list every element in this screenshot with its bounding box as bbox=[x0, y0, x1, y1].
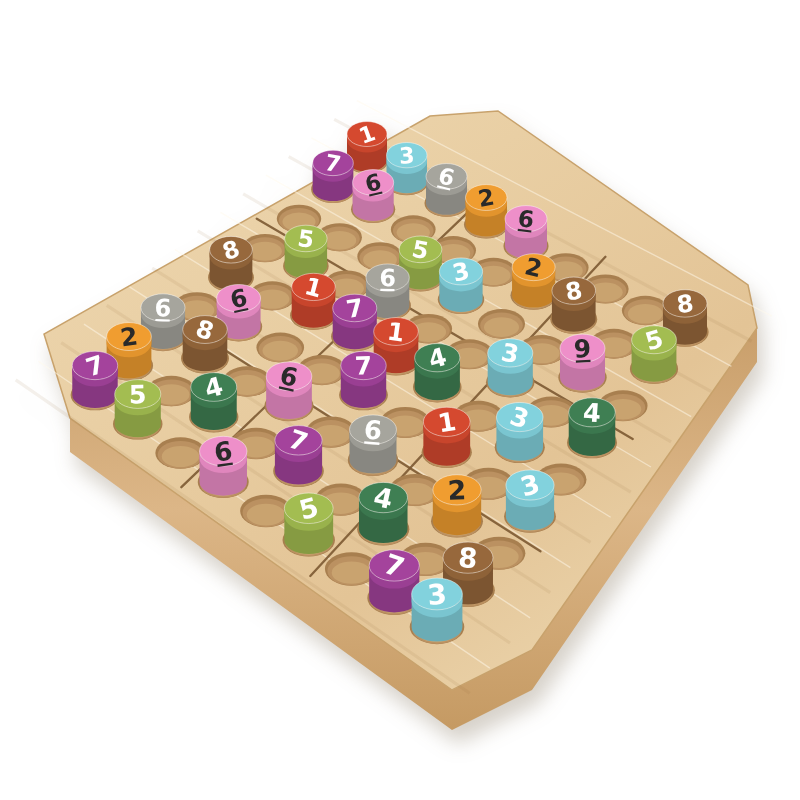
peg-6-pink-r1c1[interactable]: 6 bbox=[353, 168, 394, 221]
peg-digit-group: 6 bbox=[363, 414, 383, 445]
digit-underline bbox=[380, 289, 394, 291]
peg-3-cyan-r2c4[interactable]: 3 bbox=[439, 257, 482, 312]
peg-digit: 6 bbox=[516, 205, 535, 233]
peg-6-pink-r0c4[interactable]: 6 bbox=[505, 205, 547, 258]
peg-9-pink-r2c7[interactable]: 9 bbox=[560, 334, 605, 391]
peg-6-gray-r0c2[interactable]: 6 bbox=[426, 162, 467, 215]
hole-r8c4[interactable] bbox=[240, 495, 292, 527]
peg-digit: 2 bbox=[447, 474, 467, 506]
peg-2-orange-r1c5[interactable]: 2 bbox=[512, 252, 555, 307]
peg-6-pink-r6c3[interactable]: 6 bbox=[266, 361, 312, 419]
peg-2-orange-r0c3[interactable]: 2 bbox=[466, 184, 507, 237]
peg-6-pink-r8c3[interactable]: 6 bbox=[200, 436, 247, 496]
peg-5-lime-r3c1[interactable]: 5 bbox=[285, 224, 327, 278]
peg-digit-group: 6 bbox=[154, 294, 172, 323]
product-photo: 1376626558236186867812593477645431676324… bbox=[0, 0, 800, 800]
peg-7-purple-r1c0[interactable]: 7 bbox=[313, 149, 354, 201]
peg-digit-group: 7 bbox=[354, 351, 372, 381]
peg-digit: 5 bbox=[129, 379, 147, 409]
peg-digit: 6 bbox=[363, 414, 383, 445]
peg-4-green-r4c5[interactable]: 4 bbox=[415, 342, 460, 400]
peg-digit-group: 6 bbox=[379, 264, 396, 292]
peg-7-purple-r5c4[interactable]: 7 bbox=[341, 351, 386, 408]
peg-5-lime-r8c1[interactable]: 5 bbox=[115, 379, 161, 437]
hole-floor bbox=[484, 317, 519, 337]
peg-6-gray-r6c5[interactable]: 6 bbox=[350, 414, 397, 473]
hole-floor bbox=[263, 341, 298, 361]
peg-4-green-r3c8[interactable]: 4 bbox=[569, 397, 616, 456]
peg-1-red-r4c2[interactable]: 1 bbox=[292, 272, 336, 328]
peg-8-brown-r1c6[interactable]: 8 bbox=[552, 276, 596, 331]
peg-7-purple-r8c0[interactable]: 7 bbox=[72, 350, 117, 409]
peg-5-lime-r1c8[interactable]: 5 bbox=[632, 324, 677, 382]
peg-digit-group: 8 bbox=[675, 289, 695, 319]
peg-digit-group: 9 bbox=[573, 334, 592, 364]
hole-floor bbox=[628, 304, 663, 324]
peg-2-orange-r6c7[interactable]: 2 bbox=[433, 474, 481, 535]
peg-3-cyan-r3c6[interactable]: 3 bbox=[488, 338, 533, 396]
peg-digit: 9 bbox=[573, 334, 592, 364]
peg-digit: 3 bbox=[426, 577, 448, 612]
hole-floor bbox=[247, 504, 285, 526]
peg-1-red-r5c6[interactable]: 1 bbox=[423, 406, 470, 466]
peg-digit-group: 2 bbox=[447, 474, 467, 506]
peg-3-cyan-r4c7[interactable]: 3 bbox=[496, 400, 543, 460]
peg-digit: 7 bbox=[354, 351, 372, 381]
peg-digit: 6 bbox=[379, 264, 396, 292]
peg-4-green-r7c6[interactable]: 4 bbox=[359, 481, 408, 543]
hole-r0c7[interactable] bbox=[622, 296, 669, 325]
peg-7-purple-r4c3[interactable]: 7 bbox=[333, 294, 377, 350]
hole-floor bbox=[323, 231, 356, 250]
hole-floor bbox=[162, 446, 199, 467]
peg-8-brown-r4c0[interactable]: 8 bbox=[210, 234, 253, 289]
hole-r5c2[interactable] bbox=[256, 333, 304, 363]
hole-floor bbox=[248, 242, 282, 261]
peg-3-cyan-r8c8[interactable]: 3 bbox=[412, 577, 463, 641]
peg-digit: 8 bbox=[457, 541, 479, 575]
peg-digit-group: 5 bbox=[129, 379, 147, 409]
board-svg: 1376626558236186867812593477645431676324… bbox=[0, 0, 800, 800]
hole-floor bbox=[332, 562, 372, 584]
peg-3-cyan-r5c8[interactable]: 3 bbox=[506, 468, 554, 531]
peg-digit-group: 3 bbox=[426, 577, 448, 612]
peg-digit: 4 bbox=[582, 397, 602, 428]
peg-digit: 8 bbox=[675, 289, 695, 319]
peg-digit-group: 6 bbox=[516, 205, 535, 233]
peg-4-green-r7c2[interactable]: 4 bbox=[191, 371, 237, 430]
peg-digit-group: 8 bbox=[457, 541, 479, 575]
peg-5-lime-r8c5[interactable]: 5 bbox=[284, 491, 333, 554]
peg-7-purple-r7c4[interactable]: 7 bbox=[275, 424, 322, 485]
peg-digit-group: 3 bbox=[398, 142, 415, 169]
peg-digit: 6 bbox=[154, 294, 172, 323]
hole-r8c2[interactable] bbox=[155, 437, 205, 469]
peg-digit: 3 bbox=[398, 142, 415, 169]
peg-8-brown-r6c1[interactable]: 8 bbox=[183, 313, 228, 371]
peg-digit-group: 4 bbox=[582, 397, 602, 428]
hole-r2c5[interactable] bbox=[478, 309, 525, 339]
